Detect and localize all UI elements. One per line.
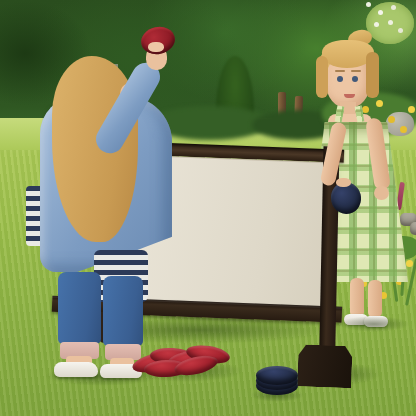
right-player-hand (374, 186, 389, 200)
right-player-shadow (338, 316, 410, 332)
sandal (54, 362, 98, 377)
eyebrow (351, 70, 361, 72)
eye (337, 76, 343, 82)
navy-disc[interactable] (256, 366, 298, 385)
eyebrow (335, 70, 345, 72)
red-disc-pile[interactable] (132, 344, 242, 378)
held-red-disc[interactable] (139, 24, 178, 57)
leg (368, 280, 382, 318)
navy-disc-stack[interactable] (255, 364, 301, 398)
backyard-connect-four-scene (0, 0, 416, 416)
board-right-post (319, 146, 339, 354)
jeans-leg (103, 276, 143, 346)
jeans-leg (58, 272, 101, 344)
dress-strap (355, 106, 365, 123)
eye (352, 76, 358, 82)
hair-strand (366, 52, 379, 98)
fingers (148, 42, 164, 52)
hair-strand (316, 56, 328, 98)
board-right-foot (297, 344, 353, 388)
leg (350, 278, 364, 318)
